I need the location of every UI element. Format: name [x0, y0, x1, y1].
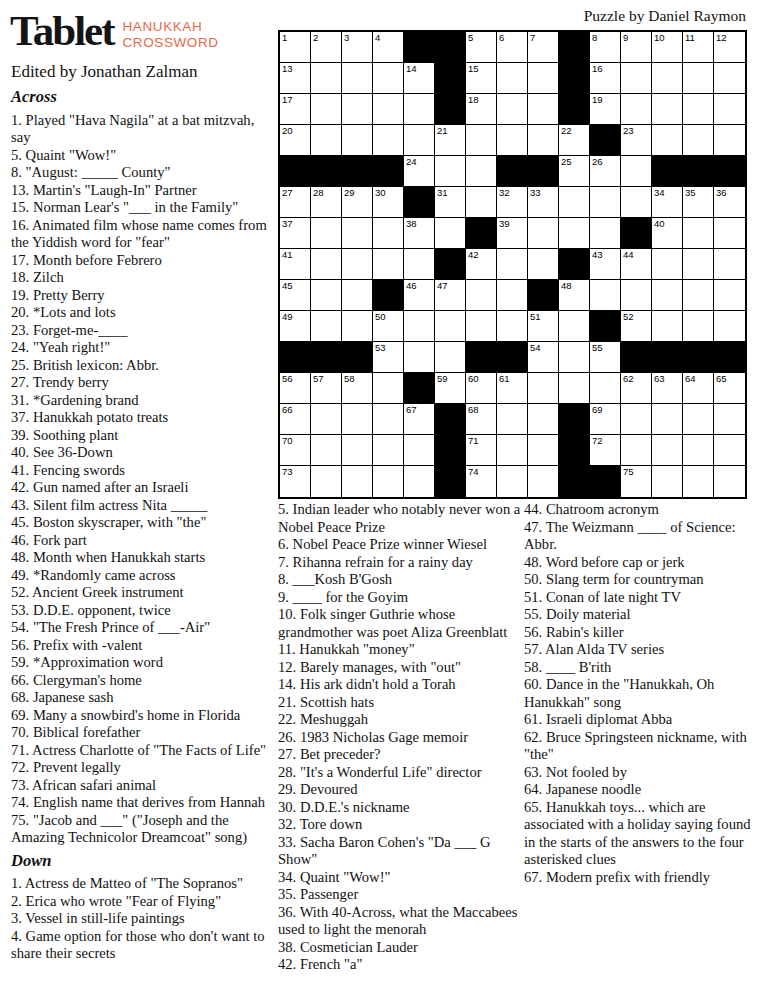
- down-clue-32: 32. Tore down: [278, 816, 523, 834]
- white-square-r15c14[interactable]: [683, 466, 714, 497]
- white-square-r14c15[interactable]: [714, 435, 745, 466]
- black-square-r11c15: [714, 342, 745, 373]
- cell-number-13: 13: [282, 63, 293, 74]
- white-square-r13c8[interactable]: [497, 404, 528, 435]
- cell-number-29: 29: [344, 187, 355, 198]
- white-square-r13c14[interactable]: [683, 404, 714, 435]
- cell-number-48: 48: [561, 280, 572, 291]
- white-square-r5c6[interactable]: [435, 156, 466, 187]
- white-square-r13c11[interactable]: 69: [590, 404, 621, 435]
- white-square-r15c12[interactable]: 75: [621, 466, 652, 497]
- white-square-r10c15[interactable]: [714, 311, 745, 342]
- white-square-r13c3[interactable]: [342, 404, 373, 435]
- crossword-page: Tablet HANUKKAH CROSSWORD Edited by Jona…: [0, 0, 768, 994]
- white-square-r10c3[interactable]: [342, 311, 373, 342]
- white-square-r2c15[interactable]: [714, 63, 745, 94]
- white-square-r11c9[interactable]: 54: [528, 342, 559, 373]
- white-square-r3c1[interactable]: 17: [280, 94, 311, 125]
- brand-subtitle-line1: HANUKKAH: [123, 19, 219, 35]
- white-square-r13c13[interactable]: [652, 404, 683, 435]
- down-clue-28: 28. "It's a Wonderful Life" director: [278, 764, 523, 782]
- white-square-r4c2[interactable]: [311, 125, 342, 156]
- black-square-r5c1: [280, 156, 311, 187]
- white-square-r6c1[interactable]: 27: [280, 187, 311, 218]
- black-square-r1c5: [404, 32, 435, 63]
- cell-number-15: 15: [468, 63, 479, 74]
- white-square-r14c4[interactable]: [373, 435, 404, 466]
- cell-number-63: 63: [654, 373, 665, 384]
- white-square-r15c8[interactable]: [497, 466, 528, 497]
- white-square-r1c12[interactable]: 9: [621, 32, 652, 63]
- cell-number-52: 52: [623, 311, 634, 322]
- cell-number-74: 74: [468, 466, 479, 477]
- white-square-r2c12[interactable]: [621, 63, 652, 94]
- cell-number-9: 9: [623, 32, 628, 43]
- black-square-r11c7: [466, 342, 497, 373]
- black-square-r5c4: [373, 156, 404, 187]
- white-square-r8c1[interactable]: 41: [280, 249, 311, 280]
- white-square-r12c15[interactable]: 65: [714, 373, 745, 404]
- white-square-r3c14[interactable]: [683, 94, 714, 125]
- clue-column-right: 44. Chatroom acronym47. The Weizmann ___…: [524, 501, 765, 886]
- white-square-r8c12[interactable]: 44: [621, 249, 652, 280]
- white-square-r8c9[interactable]: [528, 249, 559, 280]
- white-square-r3c15[interactable]: [714, 94, 745, 125]
- cell-number-22: 22: [561, 125, 572, 136]
- white-square-r12c3[interactable]: 58: [342, 373, 373, 404]
- white-square-r2c1[interactable]: 13: [280, 63, 311, 94]
- white-square-r4c5[interactable]: [404, 125, 435, 156]
- white-square-r14c11[interactable]: 72: [590, 435, 621, 466]
- down-clue-67: 67. Modern prefix with friendly: [524, 869, 765, 887]
- white-square-r14c5[interactable]: [404, 435, 435, 466]
- down-clue-51: 51. Conan of late night TV: [524, 589, 765, 607]
- white-square-r10c7[interactable]: [466, 311, 497, 342]
- black-square-r14c6: [435, 435, 466, 466]
- white-square-r10c5[interactable]: [404, 311, 435, 342]
- white-square-r3c2[interactable]: [311, 94, 342, 125]
- white-square-r10c2[interactable]: [311, 311, 342, 342]
- black-square-r9c9: [528, 280, 559, 311]
- white-square-r10c6[interactable]: [435, 311, 466, 342]
- across-clue-19: 19. Pretty Berry: [11, 287, 268, 305]
- cell-number-59: 59: [437, 373, 448, 384]
- white-square-r9c2[interactable]: [311, 280, 342, 311]
- across-clue-52: 52. Ancient Greek instrument: [11, 584, 268, 602]
- white-square-r2c4[interactable]: [373, 63, 404, 94]
- white-square-r10c9[interactable]: 51: [528, 311, 559, 342]
- across-clue-39: 39. Soothing plant: [11, 427, 268, 445]
- white-square-r8c5[interactable]: [404, 249, 435, 280]
- white-square-r14c2[interactable]: [311, 435, 342, 466]
- down-clue-48: 48. Word before cap or jerk: [524, 554, 765, 572]
- white-square-r7c5[interactable]: 38: [404, 218, 435, 249]
- cell-number-14: 14: [406, 63, 417, 74]
- across-clue-27: 27. Trendy berry: [11, 374, 268, 392]
- white-square-r2c2[interactable]: [311, 63, 342, 94]
- white-square-r4c7[interactable]: [466, 125, 497, 156]
- white-square-r4c1[interactable]: 20: [280, 125, 311, 156]
- white-square-r2c3[interactable]: [342, 63, 373, 94]
- black-square-r5c8: [497, 156, 528, 187]
- white-square-r7c13[interactable]: 40: [652, 218, 683, 249]
- white-square-r4c13[interactable]: [652, 125, 683, 156]
- white-square-r13c12[interactable]: [621, 404, 652, 435]
- white-square-r8c14[interactable]: [683, 249, 714, 280]
- white-square-r13c4[interactable]: [373, 404, 404, 435]
- white-square-r6c13[interactable]: 34: [652, 187, 683, 218]
- white-square-r4c14[interactable]: [683, 125, 714, 156]
- white-square-r6c2[interactable]: 28: [311, 187, 342, 218]
- white-square-r6c15[interactable]: 36: [714, 187, 745, 218]
- white-square-r6c6[interactable]: 31: [435, 187, 466, 218]
- across-clue-74: 74. English name that derives from Hanna…: [11, 794, 268, 812]
- white-square-r14c9[interactable]: [528, 435, 559, 466]
- white-square-r4c6[interactable]: 21: [435, 125, 466, 156]
- white-square-r15c1[interactable]: 73: [280, 466, 311, 497]
- white-square-r3c8[interactable]: [497, 94, 528, 125]
- white-square-r6c10[interactable]: [559, 187, 590, 218]
- white-square-r8c11[interactable]: 43: [590, 249, 621, 280]
- black-square-r15c11: [590, 466, 621, 497]
- white-square-r12c9[interactable]: [528, 373, 559, 404]
- cell-number-42: 42: [468, 249, 479, 260]
- cell-number-68: 68: [468, 404, 479, 415]
- white-square-r7c8[interactable]: 39: [497, 218, 528, 249]
- white-square-r15c3[interactable]: [342, 466, 373, 497]
- down-clue-47: 47. The Weizmann ____ of Science: Abbr.: [524, 519, 765, 554]
- white-square-r6c8[interactable]: 32: [497, 187, 528, 218]
- white-square-r9c14[interactable]: [683, 280, 714, 311]
- black-square-r2c6: [435, 63, 466, 94]
- black-square-r7c7: [466, 218, 497, 249]
- cell-number-2: 2: [313, 32, 318, 43]
- white-square-r6c3[interactable]: 29: [342, 187, 373, 218]
- cell-number-11: 11: [685, 32, 695, 43]
- white-square-r9c8[interactable]: [497, 280, 528, 311]
- white-square-r3c5[interactable]: [404, 94, 435, 125]
- cell-number-17: 17: [282, 94, 293, 105]
- cell-number-19: 19: [592, 94, 603, 105]
- black-square-r11c12: [621, 342, 652, 373]
- white-square-r10c13[interactable]: [652, 311, 683, 342]
- white-square-r9c6[interactable]: 47: [435, 280, 466, 311]
- cell-number-40: 40: [654, 218, 665, 229]
- white-square-r3c12[interactable]: [621, 94, 652, 125]
- white-square-r1c13[interactable]: 10: [652, 32, 683, 63]
- down-clue-22: 22. Meshuggah: [278, 711, 523, 729]
- white-square-r5c7[interactable]: [466, 156, 497, 187]
- white-square-r2c9[interactable]: [528, 63, 559, 94]
- across-clue-59: 59. *Approximation word: [11, 654, 268, 672]
- white-square-r4c4[interactable]: [373, 125, 404, 156]
- white-square-r15c9[interactable]: [528, 466, 559, 497]
- white-square-r4c8[interactable]: [497, 125, 528, 156]
- black-square-r10c11: [590, 311, 621, 342]
- white-square-r10c1[interactable]: 49: [280, 311, 311, 342]
- white-square-r9c1[interactable]: 45: [280, 280, 311, 311]
- white-square-r6c12[interactable]: [621, 187, 652, 218]
- cell-number-23: 23: [623, 125, 634, 136]
- white-square-r7c15[interactable]: [714, 218, 745, 249]
- down-clue-4: 4. Game option for those who don't want …: [11, 928, 268, 963]
- white-square-r8c13[interactable]: [652, 249, 683, 280]
- cell-number-44: 44: [623, 249, 634, 260]
- white-square-r7c3[interactable]: [342, 218, 373, 249]
- white-square-r7c10[interactable]: [559, 218, 590, 249]
- black-square-r15c10: [559, 466, 590, 497]
- white-square-r12c7[interactable]: 60: [466, 373, 497, 404]
- white-square-r3c3[interactable]: [342, 94, 373, 125]
- cell-number-34: 34: [654, 187, 665, 198]
- black-square-r3c6: [435, 94, 466, 125]
- white-square-r15c15[interactable]: [714, 466, 745, 497]
- white-square-r9c15[interactable]: [714, 280, 745, 311]
- brand-header: Tablet HANUKKAH CROSSWORD: [10, 8, 219, 54]
- white-square-r8c8[interactable]: [497, 249, 528, 280]
- down-clue-64: 64. Japanese noodle: [524, 781, 765, 799]
- down-clue-12: 12. Barely manages, with "out": [278, 659, 523, 677]
- white-square-r1c11[interactable]: 8: [590, 32, 621, 63]
- puzzle-byline: Puzzle by Daniel Raymon: [584, 7, 746, 25]
- across-clue-23: 23. Forget-me-____: [11, 322, 268, 340]
- white-square-r5c10[interactable]: 25: [559, 156, 590, 187]
- across-clue-17: 17. Month before Febrero: [11, 252, 268, 270]
- black-square-r13c10: [559, 404, 590, 435]
- white-square-r7c2[interactable]: [311, 218, 342, 249]
- across-clue-20: 20. *Lots and lots: [11, 304, 268, 322]
- white-square-r15c13[interactable]: [652, 466, 683, 497]
- cell-number-27: 27: [282, 187, 293, 198]
- white-square-r12c14[interactable]: 64: [683, 373, 714, 404]
- down-clue-29: 29. Devoured: [278, 781, 523, 799]
- white-square-r1c9[interactable]: 7: [528, 32, 559, 63]
- white-square-r11c6[interactable]: [435, 342, 466, 373]
- white-square-r6c11[interactable]: [590, 187, 621, 218]
- black-square-r2c10: [559, 63, 590, 94]
- cell-number-25: 25: [561, 156, 572, 167]
- white-square-r3c9[interactable]: [528, 94, 559, 125]
- white-square-r2c14[interactable]: [683, 63, 714, 94]
- white-square-r14c1[interactable]: 70: [280, 435, 311, 466]
- black-square-r11c8: [497, 342, 528, 373]
- white-square-r8c15[interactable]: [714, 249, 745, 280]
- down-clue-60: 60. Dance in the "Hanukkah, Oh Hanukkah"…: [524, 676, 765, 711]
- cell-number-66: 66: [282, 404, 293, 415]
- white-square-r12c11[interactable]: [590, 373, 621, 404]
- white-square-r11c11[interactable]: 55: [590, 342, 621, 373]
- white-square-r12c13[interactable]: 63: [652, 373, 683, 404]
- down-clue-2: 2. Erica who wrote "Fear of Flying": [11, 893, 268, 911]
- white-square-r15c7[interactable]: 74: [466, 466, 497, 497]
- white-square-r9c3[interactable]: [342, 280, 373, 311]
- white-square-r9c7[interactable]: [466, 280, 497, 311]
- white-square-r1c4[interactable]: 4: [373, 32, 404, 63]
- white-square-r6c9[interactable]: 33: [528, 187, 559, 218]
- white-square-r3c13[interactable]: [652, 94, 683, 125]
- down-clue-list-left: 1. Actress de Matteo of "The Sopranos"2.…: [11, 875, 268, 963]
- down-clue-61: 61. Israeli diplomat Abba: [524, 711, 765, 729]
- white-square-r12c8[interactable]: 61: [497, 373, 528, 404]
- white-square-r2c11[interactable]: 16: [590, 63, 621, 94]
- white-square-r12c4[interactable]: [373, 373, 404, 404]
- white-square-r5c11[interactable]: 26: [590, 156, 621, 187]
- white-square-r11c5[interactable]: [404, 342, 435, 373]
- white-square-r3c7[interactable]: 18: [466, 94, 497, 125]
- white-square-r10c8[interactable]: [497, 311, 528, 342]
- across-clue-72: 72. Prevent legally: [11, 759, 268, 777]
- white-square-r12c10[interactable]: [559, 373, 590, 404]
- across-clue-1: 1. Played "Hava Nagila" at a bat mitzvah…: [11, 112, 268, 147]
- white-square-r5c12[interactable]: [621, 156, 652, 187]
- across-clue-56: 56. Prefix with -valent: [11, 637, 268, 655]
- cell-number-60: 60: [468, 373, 479, 384]
- down-clue-27: 27. Bet preceder?: [278, 746, 523, 764]
- white-square-r2c7[interactable]: 15: [466, 63, 497, 94]
- cell-number-4: 4: [375, 32, 380, 43]
- white-square-r5c5[interactable]: 24: [404, 156, 435, 187]
- white-square-r4c15[interactable]: [714, 125, 745, 156]
- white-square-r14c14[interactable]: [683, 435, 714, 466]
- across-clue-73: 73. African safari animal: [11, 777, 268, 795]
- white-square-r7c11[interactable]: [590, 218, 621, 249]
- white-square-r8c3[interactable]: [342, 249, 373, 280]
- cell-number-73: 73: [282, 466, 293, 477]
- white-square-r14c3[interactable]: [342, 435, 373, 466]
- white-square-r1c8[interactable]: 6: [497, 32, 528, 63]
- black-square-r5c15: [714, 156, 745, 187]
- white-square-r6c7[interactable]: [466, 187, 497, 218]
- white-square-r2c5[interactable]: 14: [404, 63, 435, 94]
- white-square-r14c8[interactable]: [497, 435, 528, 466]
- white-square-r8c4[interactable]: [373, 249, 404, 280]
- down-clue-35: 35. Passenger: [278, 886, 523, 904]
- white-square-r8c7[interactable]: 42: [466, 249, 497, 280]
- white-square-r12c12[interactable]: 62: [621, 373, 652, 404]
- cell-number-8: 8: [592, 32, 597, 43]
- white-square-r4c9[interactable]: [528, 125, 559, 156]
- white-square-r13c15[interactable]: [714, 404, 745, 435]
- cell-number-41: 41: [282, 249, 293, 260]
- white-square-r7c1[interactable]: 37: [280, 218, 311, 249]
- white-square-r1c2[interactable]: 2: [311, 32, 342, 63]
- white-square-r13c2[interactable]: [311, 404, 342, 435]
- white-square-r3c4[interactable]: [373, 94, 404, 125]
- down-clue-30: 30. D.D.E.'s nickname: [278, 799, 523, 817]
- down-clue-7: 7. Rihanna refrain for a rainy day: [278, 554, 523, 572]
- white-square-r14c12[interactable]: [621, 435, 652, 466]
- white-square-r14c7[interactable]: 71: [466, 435, 497, 466]
- white-square-r4c12[interactable]: 23: [621, 125, 652, 156]
- cell-number-61: 61: [499, 373, 510, 384]
- white-square-r9c5[interactable]: 46: [404, 280, 435, 311]
- white-square-r11c10[interactable]: [559, 342, 590, 373]
- white-square-r15c4[interactable]: [373, 466, 404, 497]
- down-clue-34: 34. Quaint "Wow!": [278, 869, 523, 887]
- black-square-r9c4: [373, 280, 404, 311]
- white-square-r1c7[interactable]: 5: [466, 32, 497, 63]
- white-square-r6c4[interactable]: 30: [373, 187, 404, 218]
- cell-number-36: 36: [716, 187, 727, 198]
- white-square-r10c14[interactable]: [683, 311, 714, 342]
- white-square-r13c1[interactable]: 66: [280, 404, 311, 435]
- down-clue-63: 63. Not fooled by: [524, 764, 765, 782]
- white-square-r2c8[interactable]: [497, 63, 528, 94]
- white-square-r15c5[interactable]: [404, 466, 435, 497]
- white-square-r13c5[interactable]: 67: [404, 404, 435, 435]
- white-square-r9c11[interactable]: [590, 280, 621, 311]
- white-square-r4c10[interactable]: 22: [559, 125, 590, 156]
- white-square-r1c14[interactable]: 11: [683, 32, 714, 63]
- cell-number-1: 1: [282, 32, 287, 43]
- across-clue-31: 31. *Gardening brand: [11, 392, 268, 410]
- white-square-r7c6[interactable]: [435, 218, 466, 249]
- white-square-r14c13[interactable]: [652, 435, 683, 466]
- white-square-r7c4[interactable]: [373, 218, 404, 249]
- white-square-r1c15[interactable]: 12: [714, 32, 745, 63]
- white-square-r1c1[interactable]: 1: [280, 32, 311, 63]
- white-square-r10c12[interactable]: 52: [621, 311, 652, 342]
- cell-number-54: 54: [530, 342, 541, 353]
- cell-number-38: 38: [406, 218, 417, 229]
- white-square-r15c2[interactable]: [311, 466, 342, 497]
- across-clue-5: 5. Quaint "Wow!": [11, 147, 268, 165]
- white-square-r10c4[interactable]: 50: [373, 311, 404, 342]
- down-clue-58: 58. ____ B'rith: [524, 659, 765, 677]
- white-square-r8c2[interactable]: [311, 249, 342, 280]
- across-clue-48: 48. Month when Hanukkah starts: [11, 549, 268, 567]
- white-square-r12c6[interactable]: 59: [435, 373, 466, 404]
- down-clue-1: 1. Actress de Matteo of "The Sopranos": [11, 875, 268, 893]
- down-clue-42: 42. French "a": [278, 956, 523, 974]
- white-square-r13c7[interactable]: 68: [466, 404, 497, 435]
- brand-subtitle: HANUKKAH CROSSWORD: [123, 19, 219, 50]
- across-clue-25: 25. British lexicon: Abbr.: [11, 357, 268, 375]
- edited-by: Edited by Jonathan Zalman: [11, 62, 197, 82]
- white-square-r6c14[interactable]: 35: [683, 187, 714, 218]
- black-square-r15c6: [435, 466, 466, 497]
- cell-number-7: 7: [530, 32, 535, 43]
- white-square-r13c9[interactable]: [528, 404, 559, 435]
- white-square-r2c13[interactable]: [652, 63, 683, 94]
- white-square-r4c3[interactable]: [342, 125, 373, 156]
- white-square-r9c10[interactable]: 48: [559, 280, 590, 311]
- cell-number-46: 46: [406, 280, 417, 291]
- down-clue-14: 14. His ark didn't hold a Torah: [278, 676, 523, 694]
- down-clue-10: 10. Folk singer Guthrie whose grandmothe…: [278, 606, 523, 641]
- white-square-r12c2[interactable]: 57: [311, 373, 342, 404]
- white-square-r10c10[interactable]: [559, 311, 590, 342]
- white-square-r1c3[interactable]: 3: [342, 32, 373, 63]
- across-clue-46: 46. Fork part: [11, 532, 268, 550]
- white-square-r7c14[interactable]: [683, 218, 714, 249]
- white-square-r11c4[interactable]: 53: [373, 342, 404, 373]
- cell-number-5: 5: [468, 32, 473, 43]
- down-clue-3: 3. Vessel in still-life paintings: [11, 910, 268, 928]
- cell-number-57: 57: [313, 373, 324, 384]
- white-square-r9c12[interactable]: [621, 280, 652, 311]
- white-square-r12c1[interactable]: 56: [280, 373, 311, 404]
- across-clue-41: 41. Fencing swords: [11, 462, 268, 480]
- white-square-r3c11[interactable]: 19: [590, 94, 621, 125]
- white-square-r9c13[interactable]: [652, 280, 683, 311]
- black-square-r11c3: [342, 342, 373, 373]
- across-clue-37: 37. Hanukkah potato treats: [11, 409, 268, 427]
- black-square-r11c2: [311, 342, 342, 373]
- white-square-r7c9[interactable]: [528, 218, 559, 249]
- cell-number-51: 51: [530, 311, 541, 322]
- cell-number-3: 3: [344, 32, 349, 43]
